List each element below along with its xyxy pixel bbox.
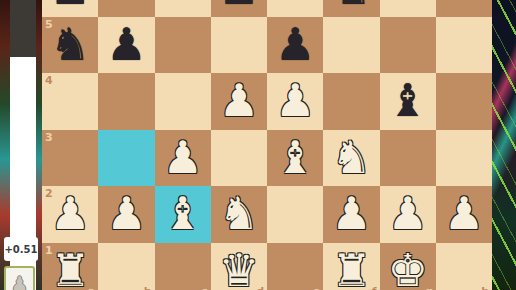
- square-h3[interactable]: [436, 130, 492, 186]
- eval-score-label: +0.51: [4, 237, 38, 261]
- stream-background-right: [490, 0, 516, 290]
- square-e6[interactable]: [267, 0, 323, 17]
- rank-label-5: 5: [45, 18, 53, 31]
- square-a1[interactable]: 1a♜: [42, 243, 98, 290]
- chess-board[interactable]: ♟♟♞5♞♟♟4♟♟♝3♟♝♞2♟♟♝♞♟♟♟1a♜bcd♛ef♜g♚h: [42, 0, 492, 290]
- square-b3[interactable]: [98, 130, 154, 186]
- file-label-e: e: [313, 285, 320, 290]
- white-bishop[interactable]: ♝: [155, 186, 211, 242]
- eval-score-text: +0.51: [4, 244, 37, 255]
- file-label-d: d: [256, 285, 264, 290]
- eval-bar-black-section: [10, 0, 36, 57]
- square-f2[interactable]: ♟: [323, 186, 379, 242]
- white-pawn-icon: ♟: [11, 274, 28, 290]
- black-pawn[interactable]: ♟: [267, 17, 323, 73]
- square-b4[interactable]: [98, 73, 154, 129]
- white-knight[interactable]: ♞: [211, 186, 267, 242]
- white-pawn[interactable]: ♟: [323, 186, 379, 242]
- square-a4[interactable]: 4: [42, 73, 98, 129]
- white-knight[interactable]: ♞: [323, 130, 379, 186]
- square-b1[interactable]: b: [98, 243, 154, 290]
- square-h1[interactable]: h: [436, 243, 492, 290]
- square-f4[interactable]: [323, 73, 379, 129]
- square-b2[interactable]: ♟: [98, 186, 154, 242]
- square-b5[interactable]: ♟: [98, 17, 154, 73]
- square-a3[interactable]: 3: [42, 130, 98, 186]
- square-e3[interactable]: ♝: [267, 130, 323, 186]
- square-g2[interactable]: ♟: [380, 186, 436, 242]
- white-pawn[interactable]: ♟: [98, 186, 154, 242]
- square-f5[interactable]: [323, 17, 379, 73]
- square-e4[interactable]: ♟: [267, 73, 323, 129]
- square-f3[interactable]: ♞: [323, 130, 379, 186]
- white-pawn[interactable]: ♟: [155, 130, 211, 186]
- square-f1[interactable]: f♜: [323, 243, 379, 290]
- rank-label-2: 2: [45, 187, 53, 200]
- black-pawn[interactable]: ♟: [42, 0, 98, 17]
- square-h6[interactable]: [436, 0, 492, 17]
- black-pawn[interactable]: ♟: [98, 17, 154, 73]
- player-color-badge: ♟: [4, 266, 35, 290]
- square-b6[interactable]: [98, 0, 154, 17]
- white-queen[interactable]: ♛: [211, 243, 267, 290]
- square-g6[interactable]: [380, 0, 436, 17]
- white-pawn[interactable]: ♟: [267, 73, 323, 129]
- square-g4[interactable]: ♝: [380, 73, 436, 129]
- square-c3[interactable]: ♟: [155, 130, 211, 186]
- white-pawn[interactable]: ♟: [380, 186, 436, 242]
- square-c2[interactable]: ♝: [155, 186, 211, 242]
- square-d4[interactable]: ♟: [211, 73, 267, 129]
- square-c6[interactable]: [155, 0, 211, 17]
- square-e5[interactable]: ♟: [267, 17, 323, 73]
- square-e2[interactable]: [267, 186, 323, 242]
- square-c4[interactable]: [155, 73, 211, 129]
- square-d1[interactable]: d♛: [211, 243, 267, 290]
- file-label-a: a: [88, 285, 95, 290]
- rank-label-4: 4: [45, 74, 53, 87]
- square-h4[interactable]: [436, 73, 492, 129]
- black-pawn[interactable]: ♟: [211, 0, 267, 17]
- square-g5[interactable]: [380, 17, 436, 73]
- white-pawn[interactable]: ♟: [211, 73, 267, 129]
- square-d5[interactable]: [211, 17, 267, 73]
- file-label-b: b: [144, 285, 152, 290]
- white-king[interactable]: ♚: [380, 243, 436, 290]
- square-g3[interactable]: [380, 130, 436, 186]
- square-g1[interactable]: g♚: [380, 243, 436, 290]
- black-bishop[interactable]: ♝: [380, 73, 436, 129]
- square-a2[interactable]: 2♟: [42, 186, 98, 242]
- square-d3[interactable]: [211, 130, 267, 186]
- square-f6[interactable]: ♞: [323, 0, 379, 17]
- file-label-c: c: [201, 285, 208, 290]
- square-a5[interactable]: 5♞: [42, 17, 98, 73]
- square-d6[interactable]: ♟: [211, 0, 267, 17]
- white-rook[interactable]: ♜: [323, 243, 379, 290]
- square-a6[interactable]: ♟: [42, 0, 98, 17]
- rank-label-3: 3: [45, 131, 53, 144]
- black-knight[interactable]: ♞: [323, 0, 379, 17]
- square-c5[interactable]: [155, 17, 211, 73]
- file-label-f: f: [372, 285, 377, 290]
- file-label-h: h: [481, 285, 489, 290]
- square-h5[interactable]: [436, 17, 492, 73]
- file-label-g: g: [425, 285, 433, 290]
- square-e1[interactable]: e: [267, 243, 323, 290]
- white-bishop[interactable]: ♝: [267, 130, 323, 186]
- square-d2[interactable]: ♞: [211, 186, 267, 242]
- rank-label-1: 1: [45, 244, 53, 257]
- white-pawn[interactable]: ♟: [436, 186, 492, 242]
- square-h2[interactable]: ♟: [436, 186, 492, 242]
- square-c1[interactable]: c: [155, 243, 211, 290]
